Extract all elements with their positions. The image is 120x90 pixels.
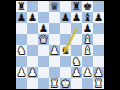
square-b8[interactable]: [27, 1, 38, 12]
square-a8[interactable]: ♜: [16, 1, 27, 12]
white-pawn-piece[interactable]: ♟: [17, 67, 26, 78]
square-b6[interactable]: [27, 23, 38, 34]
black-pawn-piece[interactable]: ♟: [17, 12, 26, 23]
chess-board[interactable]: ♜♛♜♚♟♟♟♟♝♟♟♟♛♝♞♟♞♝♞♟♟♟♟♟♜♚♜: [16, 1, 104, 89]
white-bishop-piece[interactable]: ♝: [83, 34, 92, 45]
square-a6[interactable]: [16, 23, 27, 34]
square-b4[interactable]: [27, 45, 38, 56]
white-pawn-piece[interactable]: ♟: [94, 67, 103, 78]
square-e7[interactable]: ♟: [60, 12, 71, 23]
square-b7[interactable]: ♟: [27, 12, 38, 23]
square-c7[interactable]: [38, 12, 49, 23]
black-pawn-piece[interactable]: ♟: [72, 12, 81, 23]
square-c4[interactable]: [38, 45, 49, 56]
square-g3[interactable]: [82, 56, 93, 67]
black-bishop-piece[interactable]: ♝: [83, 12, 92, 23]
square-h6[interactable]: [93, 23, 104, 34]
black-rook-piece[interactable]: ♜: [72, 1, 81, 12]
square-e5[interactable]: [60, 34, 71, 45]
square-g8[interactable]: ♚: [82, 1, 93, 12]
square-d8[interactable]: ♛: [49, 1, 60, 12]
white-pawn-piece[interactable]: ♟: [83, 67, 92, 78]
square-h8[interactable]: [93, 1, 104, 12]
square-e6[interactable]: [60, 23, 71, 34]
square-a2[interactable]: ♟: [16, 67, 27, 78]
white-knight-piece[interactable]: ♞: [17, 45, 26, 56]
black-rook-piece[interactable]: ♜: [17, 1, 26, 12]
square-h3[interactable]: [93, 56, 104, 67]
white-rook-piece[interactable]: ♜: [94, 78, 103, 89]
white-pawn-piece[interactable]: ♟: [72, 67, 81, 78]
square-a5[interactable]: [16, 34, 27, 45]
white-pawn-piece[interactable]: ♟: [50, 45, 59, 56]
square-g6[interactable]: ♟: [82, 23, 93, 34]
square-c8[interactable]: [38, 1, 49, 12]
square-c3[interactable]: [38, 56, 49, 67]
square-d7[interactable]: [49, 12, 60, 23]
white-rook-piece[interactable]: ♜: [50, 78, 59, 89]
square-g1[interactable]: [82, 78, 93, 89]
square-f3[interactable]: ♞: [71, 56, 82, 67]
square-d5[interactable]: [49, 34, 60, 45]
square-d2[interactable]: [49, 67, 60, 78]
white-knight-piece[interactable]: ♞: [72, 56, 81, 67]
square-g2[interactable]: ♟: [82, 67, 93, 78]
square-f5[interactable]: [71, 34, 82, 45]
square-b1[interactable]: [27, 78, 38, 89]
square-h2[interactable]: ♟: [93, 67, 104, 78]
square-e2[interactable]: [60, 67, 71, 78]
square-b3[interactable]: [27, 56, 38, 67]
square-c1[interactable]: [38, 78, 49, 89]
black-pawn-piece[interactable]: ♟: [39, 23, 48, 34]
black-pawn-piece[interactable]: ♟: [28, 12, 37, 23]
square-c2[interactable]: [38, 67, 49, 78]
square-c5[interactable]: ♛: [38, 34, 49, 45]
black-queen-piece[interactable]: ♛: [50, 1, 59, 12]
black-pawn-piece[interactable]: ♟: [94, 12, 103, 23]
square-a1[interactable]: [16, 78, 27, 89]
square-e1[interactable]: ♚: [60, 78, 71, 89]
black-knight-piece[interactable]: ♞: [61, 45, 70, 56]
square-d6[interactable]: [49, 23, 60, 34]
white-king-piece[interactable]: ♚: [61, 78, 70, 89]
square-a3[interactable]: [16, 56, 27, 67]
square-f1[interactable]: [71, 78, 82, 89]
square-a7[interactable]: ♟: [16, 12, 27, 23]
square-e8[interactable]: [60, 1, 71, 12]
square-f8[interactable]: ♜: [71, 1, 82, 12]
left-letterbox: [0, 0, 16, 90]
square-f4[interactable]: [71, 45, 82, 56]
square-f2[interactable]: ♟: [71, 67, 82, 78]
screenshot-stage: ♜♛♜♚♟♟♟♟♝♟♟♟♛♝♞♟♞♝♞♟♟♟♟♟♜♚♜: [0, 0, 120, 90]
white-pawn-piece[interactable]: ♟: [28, 67, 37, 78]
square-e4[interactable]: ♞: [60, 45, 71, 56]
square-h4[interactable]: [93, 45, 104, 56]
square-g7[interactable]: ♝: [82, 12, 93, 23]
square-h7[interactable]: ♟: [93, 12, 104, 23]
white-queen-piece[interactable]: ♛: [39, 34, 48, 45]
square-h5[interactable]: [93, 34, 104, 45]
white-bishop-piece[interactable]: ♝: [83, 45, 92, 56]
square-b2[interactable]: ♟: [27, 67, 38, 78]
black-pawn-piece[interactable]: ♟: [61, 12, 70, 23]
square-c6[interactable]: ♟: [38, 23, 49, 34]
square-e3[interactable]: [60, 56, 71, 67]
square-g4[interactable]: ♝: [82, 45, 93, 56]
square-a4[interactable]: ♞: [16, 45, 27, 56]
right-letterbox: [104, 0, 120, 90]
square-d4[interactable]: ♟: [49, 45, 60, 56]
black-pawn-piece[interactable]: ♟: [83, 23, 92, 34]
black-king-piece[interactable]: ♚: [83, 1, 92, 12]
square-b5[interactable]: [27, 34, 38, 45]
square-f7[interactable]: ♟: [71, 12, 82, 23]
square-d1[interactable]: ♜: [49, 78, 60, 89]
square-h1[interactable]: ♜: [93, 78, 104, 89]
square-f6[interactable]: [71, 23, 82, 34]
square-g5[interactable]: ♝: [82, 34, 93, 45]
square-d3[interactable]: [49, 56, 60, 67]
